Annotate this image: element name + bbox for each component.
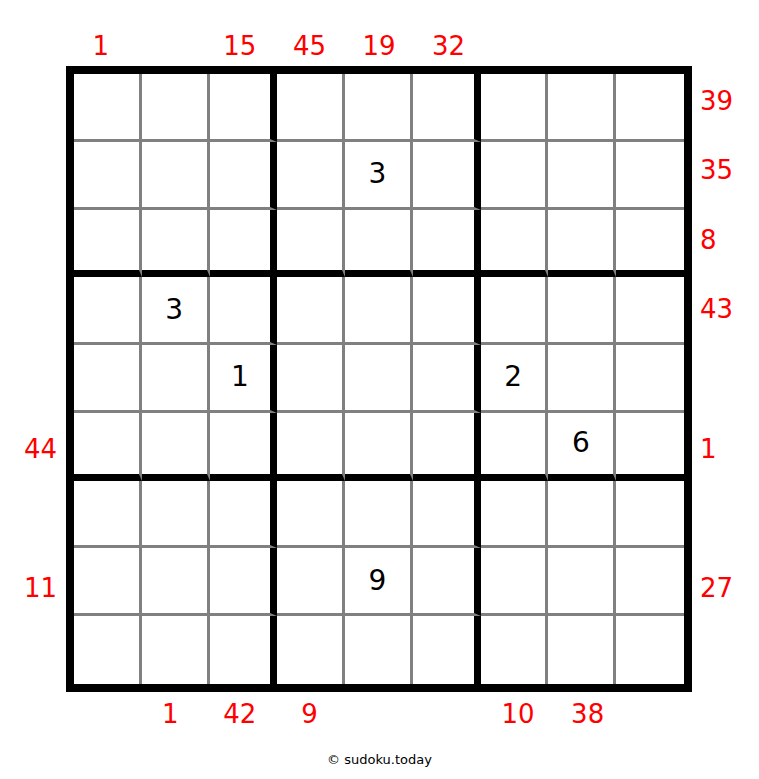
cell-r7c9[interactable] [616,481,684,549]
cell-r7c6[interactable] [413,481,481,549]
bottom-clue-empty-5 [344,697,414,735]
bottom-clue-empty-9 [622,697,692,735]
cell-r8c5[interactable]: 9 [345,548,413,616]
left-clue-empty-7 [0,483,62,553]
cell-r3c7[interactable] [481,210,549,278]
right-clue-empty-5 [696,344,758,414]
cell-r1c8[interactable] [548,74,616,142]
cell-r2c7[interactable] [481,142,549,210]
bottom-clue-empty-1 [66,697,136,735]
left-clue-empty-5 [0,344,62,414]
cell-r8c2[interactable] [142,548,210,616]
cell-r8c7[interactable] [481,548,549,616]
cell-r8c4[interactable] [277,548,345,616]
cell-r2c6[interactable] [413,142,481,210]
top-clue-6: 32 [414,24,484,62]
cell-r3c3[interactable] [210,210,278,278]
cell-r9c4[interactable] [277,616,345,684]
left-clue-8: 11 [0,553,62,623]
cell-r4c2[interactable]: 3 [142,277,210,345]
cell-r7c2[interactable] [142,481,210,549]
cell-r3c6[interactable] [413,210,481,278]
cell-r8c6[interactable] [413,548,481,616]
top-clue-empty-8 [553,24,623,62]
cell-r5c7[interactable]: 2 [481,345,549,413]
cell-r4c1[interactable] [74,277,142,345]
cell-r4c9[interactable] [616,277,684,345]
right-clue-empty-7 [696,483,758,553]
site-credit: © sudoku.today [0,752,759,767]
cell-r6c2[interactable] [142,413,210,481]
cell-r6c4[interactable] [277,413,345,481]
cell-r3c5[interactable] [345,210,413,278]
cell-r4c3[interactable] [210,277,278,345]
cell-r1c3[interactable] [210,74,278,142]
cell-r3c1[interactable] [74,210,142,278]
cell-r4c7[interactable] [481,277,549,345]
cell-r2c8[interactable] [548,142,616,210]
cell-r2c5[interactable]: 3 [345,142,413,210]
cell-r2c3[interactable] [210,142,278,210]
cell-r6c7[interactable] [481,413,549,481]
left-clue-empty-4 [0,275,62,345]
cell-r2c1[interactable] [74,142,142,210]
cell-r9c5[interactable] [345,616,413,684]
sudoku-board[interactable]: 331269 [66,66,692,692]
cell-r1c2[interactable] [142,74,210,142]
top-clue-3: 15 [205,24,275,62]
cell-r7c3[interactable] [210,481,278,549]
cell-r9c7[interactable] [481,616,549,684]
cell-r8c3[interactable] [210,548,278,616]
cell-r8c8[interactable] [548,548,616,616]
cell-r3c4[interactable] [277,210,345,278]
right-clue-8: 27 [696,553,758,623]
cell-r7c5[interactable] [345,481,413,549]
left-clue-6: 44 [0,414,62,484]
cell-r7c7[interactable] [481,481,549,549]
bottom-clue-7: 10 [483,697,553,735]
cell-r3c8[interactable] [548,210,616,278]
left-clue-empty-2 [0,136,62,206]
cell-r6c1[interactable] [74,413,142,481]
right-clue-empty-9 [696,622,758,692]
cell-r9c3[interactable] [210,616,278,684]
top-clue-empty-7 [483,24,553,62]
left-clues: 4411 [0,66,62,692]
cell-r1c5[interactable] [345,74,413,142]
cell-r5c1[interactable] [74,345,142,413]
cell-r5c5[interactable] [345,345,413,413]
top-clue-1: 1 [66,24,136,62]
cell-r1c6[interactable] [413,74,481,142]
cell-r9c8[interactable] [548,616,616,684]
cell-r7c8[interactable] [548,481,616,549]
cell-r4c8[interactable] [548,277,616,345]
bottom-clue-empty-6 [414,697,484,735]
top-clues: 115451932 [66,24,692,62]
left-clue-empty-1 [0,66,62,136]
top-clue-empty-9 [622,24,692,62]
cell-r9c2[interactable] [142,616,210,684]
right-clue-1: 39 [696,66,758,136]
cell-r2c9[interactable] [616,142,684,210]
bottom-clue-3: 42 [205,697,275,735]
cell-r8c1[interactable] [74,548,142,616]
cell-r2c2[interactable] [142,142,210,210]
cell-r1c4[interactable] [277,74,345,142]
cell-r5c6[interactable] [413,345,481,413]
cell-r7c1[interactable] [74,481,142,549]
cell-r5c2[interactable] [142,345,210,413]
cell-r5c9[interactable] [616,345,684,413]
cell-r6c9[interactable] [616,413,684,481]
cell-r3c9[interactable] [616,210,684,278]
cell-r1c1[interactable] [74,74,142,142]
right-clues: 3935843127 [696,66,758,692]
top-clue-empty-2 [136,24,206,62]
cell-r6c8[interactable]: 6 [548,413,616,481]
bottom-clue-4: 9 [275,697,345,735]
cell-r4c5[interactable] [345,277,413,345]
right-clue-2: 35 [696,136,758,206]
right-clue-4: 43 [696,275,758,345]
cell-r5c3[interactable]: 1 [210,345,278,413]
cell-r6c6[interactable] [413,413,481,481]
cell-r8c9[interactable] [616,548,684,616]
right-clue-6: 1 [696,414,758,484]
puzzle-page: 115451932 4411 3935843127 14291038 33126… [0,0,759,779]
top-clue-4: 45 [275,24,345,62]
left-clue-empty-3 [0,205,62,275]
cell-r2c4[interactable] [277,142,345,210]
bottom-clues: 14291038 [66,697,692,735]
cell-r9c6[interactable] [413,616,481,684]
cell-r9c9[interactable] [616,616,684,684]
cell-r7c4[interactable] [277,481,345,549]
cell-r3c2[interactable] [142,210,210,278]
cell-r1c7[interactable] [481,74,549,142]
cell-r5c8[interactable] [548,345,616,413]
right-clue-3: 8 [696,205,758,275]
bottom-clue-8: 38 [553,697,623,735]
cell-r5c4[interactable] [277,345,345,413]
cell-r4c4[interactable] [277,277,345,345]
top-clue-5: 19 [344,24,414,62]
cell-r6c3[interactable] [210,413,278,481]
bottom-clue-2: 1 [136,697,206,735]
left-clue-empty-9 [0,622,62,692]
cell-r9c1[interactable] [74,616,142,684]
cell-r1c9[interactable] [616,74,684,142]
cell-r6c5[interactable] [345,413,413,481]
cell-r4c6[interactable] [413,277,481,345]
